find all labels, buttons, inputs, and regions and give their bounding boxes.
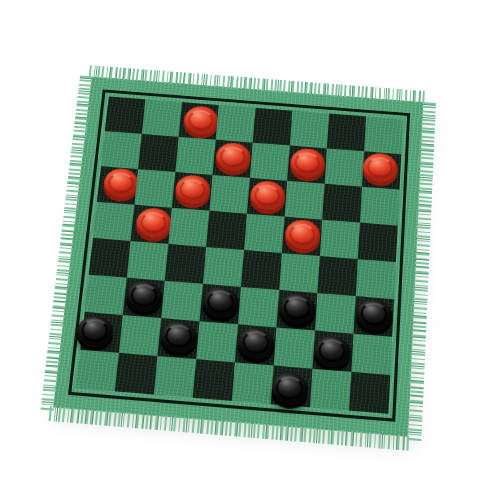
board-cell[interactable]: ⛂ — [158, 318, 200, 359]
board-cell[interactable] — [175, 137, 215, 175]
board-cell[interactable] — [154, 356, 196, 398]
red-checker-glyph: ⛀ — [249, 179, 286, 211]
red-checker-piece[interactable]: ⛀ — [289, 147, 325, 178]
board-cell[interactable] — [349, 372, 390, 414]
board-cell[interactable]: ⛂ — [80, 312, 123, 353]
board-cell[interactable] — [310, 369, 351, 411]
board-cell[interactable] — [315, 293, 356, 334]
red-checker-piece[interactable]: ⛀ — [362, 152, 398, 183]
board-cell[interactable] — [168, 208, 209, 247]
red-checker-piece[interactable]: ⛀ — [249, 179, 286, 211]
board-cell[interactable] — [364, 116, 403, 154]
board-cell[interactable] — [127, 241, 169, 281]
board-cell[interactable]: ⛀ — [287, 145, 327, 183]
black-checker-glyph: ⛂ — [202, 285, 240, 318]
red-checker-glyph: ⛀ — [174, 174, 211, 206]
red-checker-glyph: ⛀ — [362, 152, 398, 183]
board-cell[interactable] — [134, 169, 175, 208]
black-checker-glyph: ⛂ — [75, 314, 114, 348]
board-cell[interactable] — [327, 114, 366, 152]
board-cell[interactable]: ⛀ — [172, 172, 213, 211]
black-checker-glyph: ⛂ — [278, 292, 315, 325]
board-cell[interactable] — [351, 334, 392, 375]
board-cell[interactable] — [320, 220, 360, 259]
red-checker-piece[interactable]: ⛀ — [135, 206, 173, 238]
board-cell[interactable]: ⛂ — [271, 366, 313, 408]
board-cell[interactable]: ⛂ — [200, 284, 241, 325]
red-checker-piece[interactable]: ⛀ — [174, 174, 211, 206]
board-cell[interactable]: ⛀ — [131, 205, 172, 244]
board-cell[interactable]: ⛀ — [247, 178, 287, 217]
photo-background: ⛀⛀⛀⛀⛀⛀⛀⛀⛀⛂⛂⛂⛂⛂⛂⛂⛂⛂ — [0, 0, 500, 500]
board-cell[interactable] — [101, 131, 142, 169]
board-cell[interactable] — [206, 211, 247, 250]
board-cell[interactable] — [253, 108, 293, 146]
black-checker-glyph: ⛂ — [125, 279, 163, 312]
board-cell[interactable]: ⛂ — [235, 324, 277, 365]
board-cell[interactable] — [142, 99, 182, 137]
board-cell[interactable] — [317, 256, 357, 296]
board-cell[interactable] — [209, 175, 249, 214]
board-cell[interactable]: ⛀ — [362, 151, 401, 189]
board-cell[interactable] — [138, 134, 179, 172]
board-cell[interactable] — [165, 244, 206, 284]
board-cell[interactable]: ⛂ — [276, 290, 317, 331]
board-cell[interactable] — [89, 238, 131, 278]
board-cell[interactable]: ⛂ — [123, 278, 165, 318]
red-checker-glyph: ⛀ — [214, 141, 251, 172]
black-checker-piece[interactable]: ⛂ — [270, 371, 308, 405]
board-cell[interactable]: ⛀ — [213, 140, 253, 178]
board-cell[interactable] — [244, 214, 285, 253]
red-checker-piece[interactable]: ⛀ — [183, 105, 220, 136]
board-cell[interactable] — [93, 202, 134, 241]
black-checker-piece[interactable]: ⛂ — [278, 292, 315, 325]
board-cell[interactable]: ⛀ — [282, 217, 322, 256]
checkers-rug: ⛀⛀⛀⛀⛀⛀⛀⛀⛀⛂⛂⛂⛂⛂⛂⛂⛂⛂ — [53, 76, 423, 436]
rug-fringe-right — [407, 99, 436, 441]
red-checker-piece[interactable]: ⛀ — [284, 218, 321, 250]
board-cell[interactable] — [115, 353, 158, 395]
board-cell[interactable] — [119, 315, 161, 356]
black-checker-piece[interactable]: ⛂ — [125, 279, 163, 312]
board-cell[interactable] — [105, 96, 146, 133]
board-cell[interactable] — [85, 275, 127, 315]
board-cell[interactable] — [193, 359, 235, 401]
board-cell[interactable] — [279, 253, 320, 293]
board-cell[interactable] — [356, 259, 396, 299]
red-checker-piece[interactable]: ⛀ — [214, 141, 251, 172]
board-cell[interactable] — [241, 250, 282, 290]
board-cell[interactable]: ⛀ — [179, 102, 219, 140]
black-checker-glyph: ⛂ — [160, 320, 198, 354]
board-cell[interactable]: ⛂ — [354, 296, 394, 337]
red-checker-glyph: ⛀ — [284, 218, 321, 250]
red-checker-piece[interactable]: ⛀ — [102, 167, 139, 199]
black-checker-piece[interactable]: ⛂ — [237, 326, 275, 360]
red-checker-glyph: ⛀ — [135, 206, 173, 238]
board-cell[interactable] — [216, 105, 256, 143]
board-cell[interactable] — [360, 187, 400, 226]
red-checker-glyph: ⛀ — [102, 167, 139, 199]
black-checker-piece[interactable]: ⛂ — [355, 298, 392, 331]
black-checker-piece[interactable]: ⛂ — [75, 314, 114, 348]
board-cell[interactable] — [76, 350, 119, 392]
black-checker-glyph: ⛂ — [313, 334, 351, 368]
board-cell[interactable] — [196, 321, 238, 362]
board-cell[interactable] — [322, 184, 362, 223]
checkers-board: ⛀⛀⛀⛀⛀⛀⛀⛀⛀⛂⛂⛂⛂⛂⛂⛂⛂⛂ — [76, 96, 403, 413]
board-cell[interactable] — [203, 247, 244, 287]
board-cell[interactable] — [290, 111, 329, 149]
red-checker-glyph: ⛀ — [289, 147, 325, 178]
board-cell[interactable] — [232, 362, 274, 404]
black-checker-glyph: ⛂ — [237, 326, 275, 360]
red-checker-glyph: ⛀ — [183, 105, 220, 136]
black-checker-piece[interactable]: ⛂ — [313, 334, 351, 368]
board-cell[interactable] — [161, 281, 203, 321]
board-cell[interactable]: ⛀ — [97, 166, 138, 205]
black-checker-glyph: ⛂ — [355, 298, 392, 331]
board-cell[interactable] — [285, 181, 325, 220]
board-cell[interactable] — [274, 327, 315, 368]
black-checker-glyph: ⛂ — [270, 371, 308, 405]
black-checker-piece[interactable]: ⛂ — [202, 285, 240, 318]
board-cell[interactable] — [358, 223, 398, 263]
board-cell[interactable] — [325, 148, 364, 186]
board-cell[interactable]: ⛂ — [312, 331, 353, 372]
black-checker-piece[interactable]: ⛂ — [160, 320, 198, 354]
board-cell[interactable] — [250, 143, 290, 181]
board-frame: ⛀⛀⛀⛀⛀⛀⛀⛀⛀⛂⛂⛂⛂⛂⛂⛂⛂⛂ — [68, 89, 410, 421]
board-cell[interactable] — [238, 287, 279, 328]
